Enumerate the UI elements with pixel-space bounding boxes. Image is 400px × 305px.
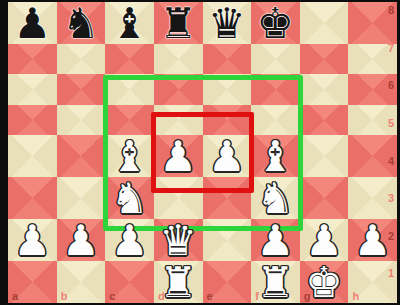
square-h5[interactable] bbox=[348, 105, 397, 135]
square-a6[interactable] bbox=[8, 74, 57, 104]
square-e5[interactable] bbox=[203, 105, 252, 135]
square-b2[interactable]: ♟ bbox=[57, 219, 106, 261]
piece-black-rook[interactable]: ♜ bbox=[159, 3, 197, 45]
square-a8[interactable]: ♟ bbox=[8, 2, 57, 44]
square-h4[interactable] bbox=[348, 135, 397, 177]
square-b7[interactable] bbox=[57, 44, 106, 74]
piece-white-pawn[interactable]: ♟ bbox=[208, 136, 246, 178]
piece-white-rook[interactable]: ♜ bbox=[257, 262, 295, 304]
square-e4[interactable]: ♟ bbox=[203, 135, 252, 177]
square-g3[interactable] bbox=[300, 177, 349, 219]
square-h8[interactable] bbox=[348, 2, 397, 44]
square-d8[interactable]: ♜ bbox=[154, 2, 203, 44]
piece-black-queen[interactable]: ♛ bbox=[208, 3, 246, 45]
square-h7[interactable] bbox=[348, 44, 397, 74]
chess-board[interactable]: ♟♞♝♜♛♚♝♟♟♝♞♞♟♟♟♛♟♟♟♜♜♚87654321abcdefgh bbox=[8, 2, 397, 303]
square-g7[interactable] bbox=[300, 44, 349, 74]
piece-white-pawn[interactable]: ♟ bbox=[13, 220, 51, 262]
square-c8[interactable]: ♝ bbox=[105, 2, 154, 44]
square-h3[interactable] bbox=[348, 177, 397, 219]
square-a3[interactable] bbox=[8, 177, 57, 219]
piece-white-pawn[interactable]: ♟ bbox=[305, 220, 343, 262]
square-c5[interactable] bbox=[105, 105, 154, 135]
piece-white-king[interactable]: ♚ bbox=[305, 262, 343, 304]
square-g2[interactable]: ♟ bbox=[300, 219, 349, 261]
square-f7[interactable] bbox=[251, 44, 300, 74]
square-c6[interactable] bbox=[105, 74, 154, 104]
square-d2[interactable]: ♛ bbox=[154, 219, 203, 261]
piece-white-bishop[interactable]: ♝ bbox=[111, 136, 149, 178]
square-f6[interactable] bbox=[251, 74, 300, 104]
square-h1[interactable] bbox=[348, 261, 397, 303]
square-g5[interactable] bbox=[300, 105, 349, 135]
square-b8[interactable]: ♞ bbox=[57, 2, 106, 44]
square-d6[interactable] bbox=[154, 74, 203, 104]
square-b4[interactable] bbox=[57, 135, 106, 177]
square-c4[interactable]: ♝ bbox=[105, 135, 154, 177]
square-c3[interactable]: ♞ bbox=[105, 177, 154, 219]
piece-white-knight[interactable]: ♞ bbox=[111, 178, 149, 220]
square-e3[interactable] bbox=[203, 177, 252, 219]
square-e6[interactable] bbox=[203, 74, 252, 104]
square-c2[interactable]: ♟ bbox=[105, 219, 154, 261]
square-d4[interactable]: ♟ bbox=[154, 135, 203, 177]
square-d1[interactable]: ♜ bbox=[154, 261, 203, 303]
square-d5[interactable] bbox=[154, 105, 203, 135]
piece-white-rook[interactable]: ♜ bbox=[159, 262, 197, 304]
square-f1[interactable]: ♜ bbox=[251, 261, 300, 303]
piece-black-bishop[interactable]: ♝ bbox=[111, 3, 149, 45]
piece-white-pawn[interactable]: ♟ bbox=[111, 220, 149, 262]
square-b5[interactable] bbox=[57, 105, 106, 135]
square-h6[interactable] bbox=[348, 74, 397, 104]
square-f2[interactable]: ♟ bbox=[251, 219, 300, 261]
piece-white-bishop[interactable]: ♝ bbox=[257, 136, 295, 178]
square-c7[interactable] bbox=[105, 44, 154, 74]
square-f4[interactable]: ♝ bbox=[251, 135, 300, 177]
square-e7[interactable] bbox=[203, 44, 252, 74]
square-e8[interactable]: ♛ bbox=[203, 2, 252, 44]
square-a1[interactable] bbox=[8, 261, 57, 303]
square-f5[interactable] bbox=[251, 105, 300, 135]
piece-white-pawn[interactable]: ♟ bbox=[62, 220, 100, 262]
board-frame: ♟♞♝♜♛♚♝♟♟♝♞♞♟♟♟♛♟♟♟♜♜♚87654321abcdefgh bbox=[0, 0, 400, 305]
square-g4[interactable] bbox=[300, 135, 349, 177]
piece-black-knight[interactable]: ♞ bbox=[62, 3, 100, 45]
square-d3[interactable] bbox=[154, 177, 203, 219]
piece-black-pawn[interactable]: ♟ bbox=[13, 3, 51, 45]
piece-white-queen[interactable]: ♛ bbox=[159, 220, 197, 262]
square-a7[interactable] bbox=[8, 44, 57, 74]
piece-black-king[interactable]: ♚ bbox=[257, 3, 295, 45]
square-a4[interactable] bbox=[8, 135, 57, 177]
square-g1[interactable]: ♚ bbox=[300, 261, 349, 303]
piece-white-pawn[interactable]: ♟ bbox=[159, 136, 197, 178]
square-e2[interactable] bbox=[203, 219, 252, 261]
square-b3[interactable] bbox=[57, 177, 106, 219]
square-b6[interactable] bbox=[57, 74, 106, 104]
square-f8[interactable]: ♚ bbox=[251, 2, 300, 44]
piece-white-pawn[interactable]: ♟ bbox=[354, 220, 392, 262]
square-b1[interactable] bbox=[57, 261, 106, 303]
square-a2[interactable]: ♟ bbox=[8, 219, 57, 261]
square-g8[interactable] bbox=[300, 2, 349, 44]
piece-white-knight[interactable]: ♞ bbox=[257, 178, 295, 220]
square-e1[interactable] bbox=[203, 261, 252, 303]
square-h2[interactable]: ♟ bbox=[348, 219, 397, 261]
square-c1[interactable] bbox=[105, 261, 154, 303]
piece-white-pawn[interactable]: ♟ bbox=[257, 220, 295, 262]
square-f3[interactable]: ♞ bbox=[251, 177, 300, 219]
square-a5[interactable] bbox=[8, 105, 57, 135]
square-g6[interactable] bbox=[300, 74, 349, 104]
square-d7[interactable] bbox=[154, 44, 203, 74]
